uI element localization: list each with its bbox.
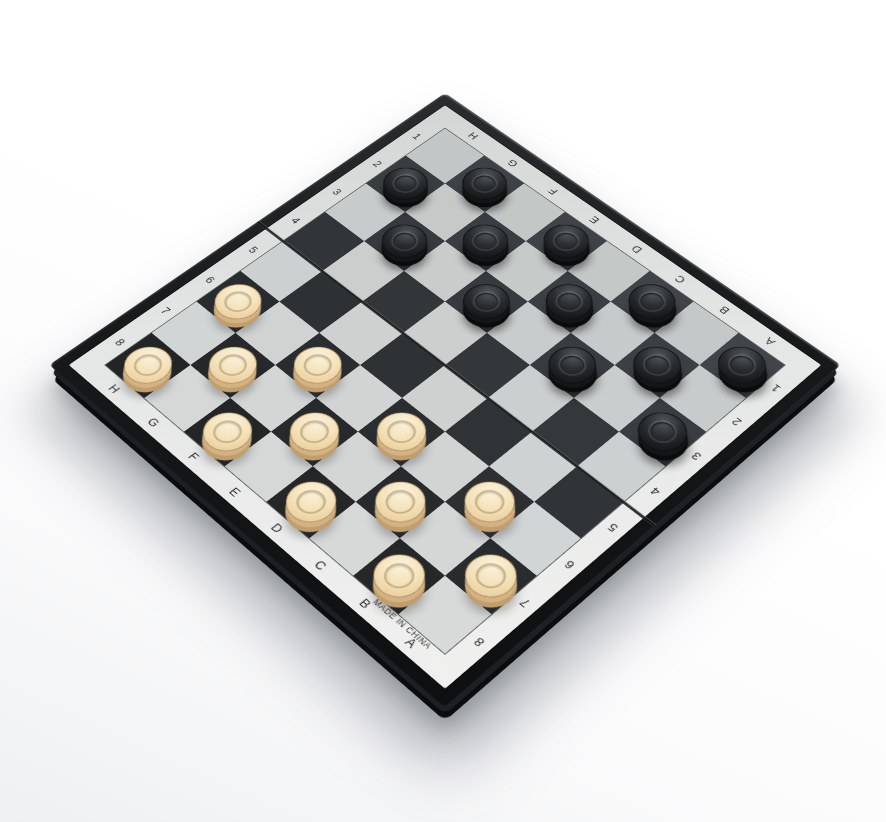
square-C8[interactable]: [309, 502, 399, 576]
white-checker-B6[interactable]: [454, 473, 525, 531]
square-F8[interactable]: [184, 398, 271, 466]
square-A2[interactable]: [660, 365, 746, 432]
square-D7[interactable]: [313, 432, 401, 502]
white-checker-F8[interactable]: [193, 405, 263, 460]
checkers-board: MADE IN CHINA HH11GG22FF33EE44DD55CC66BB…: [49, 93, 841, 708]
square-B4[interactable]: [532, 398, 619, 466]
white-checker-D6[interactable]: [367, 405, 437, 460]
square-A4[interactable]: [577, 432, 665, 502]
made-in-china-text: MADE IN CHINA: [371, 597, 434, 651]
white-checker-C7[interactable]: [365, 473, 436, 531]
square-B8[interactable]: [353, 538, 445, 614]
square-D5[interactable]: [402, 365, 488, 432]
square-A8[interactable]: [399, 576, 492, 654]
square-A3[interactable]: [619, 398, 706, 466]
square-E8[interactable]: [225, 432, 313, 502]
white-checker-B8[interactable]: [362, 546, 435, 607]
board-scene: MADE IN CHINA HH11GG22FF33EE44DD55CC66BB…: [49, 93, 841, 708]
board-field: [106, 128, 785, 653]
square-C5[interactable]: [445, 398, 532, 466]
square-A5[interactable]: [534, 466, 623, 538]
square-D6[interactable]: [358, 398, 445, 466]
square-F7[interactable]: [230, 365, 316, 432]
board-margin: MADE IN CHINA HH11GG22FF33EE44DD55CC66BB…: [69, 105, 821, 688]
square-E6[interactable]: [316, 365, 402, 432]
square-A7[interactable]: [445, 538, 537, 614]
photo-background: MADE IN CHINA HH11GG22FF33EE44DD55CC66BB…: [0, 0, 886, 822]
square-C4[interactable]: [488, 365, 574, 432]
white-checker-E7[interactable]: [280, 405, 350, 460]
square-B5[interactable]: [489, 432, 577, 502]
square-B7[interactable]: [400, 502, 490, 576]
square-A6[interactable]: [490, 502, 580, 576]
square-C7[interactable]: [356, 466, 445, 538]
square-G8[interactable]: [144, 365, 230, 432]
square-D8[interactable]: [266, 466, 355, 538]
square-E7[interactable]: [271, 398, 358, 466]
square-B6[interactable]: [445, 466, 534, 538]
black-checker-A3[interactable]: [628, 405, 698, 460]
square-C6[interactable]: [401, 432, 489, 502]
square-B3[interactable]: [574, 365, 660, 432]
white-checker-A7[interactable]: [454, 546, 527, 607]
white-checker-D8[interactable]: [275, 473, 346, 531]
